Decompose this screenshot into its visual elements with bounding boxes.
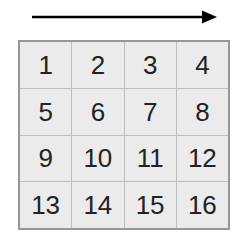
diagram-canvas: 1 2 3 4 5 6 7 8 9 10 11 12 13 14 15 16 (0, 0, 248, 244)
grid-cell: 14 (72, 182, 123, 228)
grid-cell: 8 (177, 89, 228, 135)
grid-cell: 7 (125, 89, 176, 135)
grid-cell: 12 (177, 136, 228, 182)
grid-cell: 5 (20, 89, 71, 135)
grid-cell: 10 (72, 136, 123, 182)
grid-cell: 2 (72, 42, 123, 88)
grid-cell: 15 (125, 182, 176, 228)
grid-cell: 9 (20, 136, 71, 182)
grid-cell: 1 (20, 42, 71, 88)
grid-cell: 4 (177, 42, 228, 88)
grid-cell: 11 (125, 136, 176, 182)
grid-cell: 6 (72, 89, 123, 135)
right-arrow-icon (31, 6, 218, 28)
grid-cell: 13 (20, 182, 71, 228)
number-grid-board: 1 2 3 4 5 6 7 8 9 10 11 12 13 14 15 16 (18, 40, 230, 230)
grid-cell: 3 (125, 42, 176, 88)
grid-cell: 16 (177, 182, 228, 228)
